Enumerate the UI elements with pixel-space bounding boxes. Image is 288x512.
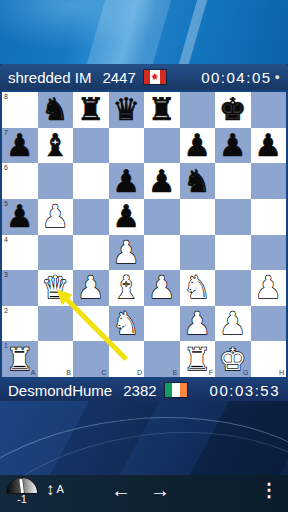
square-a2[interactable]: 2 — [2, 306, 38, 342]
square-h3[interactable]: ♟ — [251, 270, 287, 306]
canada-flag-icon — [144, 70, 166, 84]
piece-black-bishop: ♝ — [38, 128, 74, 164]
rank-label: 8 — [4, 93, 8, 100]
top-player-name: shredded IM — [8, 69, 91, 86]
bottom-toolbar: -1 ↕ A ← → ⋮ — [0, 475, 288, 512]
square-d7[interactable] — [109, 128, 145, 164]
square-e3[interactable]: ♟ — [144, 270, 180, 306]
square-d5[interactable]: ♟ — [109, 199, 145, 235]
square-f7[interactable]: ♟ — [180, 128, 216, 164]
piece-white-pawn: ♟ — [215, 306, 251, 342]
top-player-clock: 00:04:05 — [201, 69, 271, 86]
square-e6[interactable]: ♟ — [144, 163, 180, 199]
square-c5[interactable] — [73, 199, 109, 235]
square-e2[interactable] — [144, 306, 180, 342]
piece-black-pawn: ♟ — [109, 163, 145, 199]
square-f2[interactable]: ♟ — [180, 306, 216, 342]
piece-white-bishop: ♝ — [109, 270, 145, 306]
bottom-player-clock: 00:03:53 — [210, 382, 280, 399]
eval-gauge-button[interactable]: -1 — [7, 478, 37, 505]
rank-label: 5 — [4, 200, 8, 207]
rank-label: 1 — [4, 342, 8, 349]
file-label: F — [209, 369, 213, 376]
eval-needle-icon — [19, 479, 23, 493]
square-f5[interactable] — [180, 199, 216, 235]
square-a6[interactable]: 6 — [2, 163, 38, 199]
square-c8[interactable]: ♜ — [73, 92, 109, 128]
piece-white-knight: ♞ — [180, 270, 216, 306]
forward-move-button[interactable]: → — [150, 480, 170, 500]
square-c2[interactable] — [73, 306, 109, 342]
square-a8[interactable]: 8 — [2, 92, 38, 128]
back-arrow-icon: ← — [111, 479, 131, 501]
file-label: C — [101, 369, 106, 376]
overflow-menu-button[interactable]: ⋮ — [260, 481, 278, 499]
square-g7[interactable]: ♟ — [215, 128, 251, 164]
square-h8[interactable] — [251, 92, 287, 128]
square-f4[interactable] — [180, 235, 216, 271]
file-label: H — [279, 369, 284, 376]
square-e1[interactable]: E — [144, 341, 180, 377]
square-f3[interactable]: ♞ — [180, 270, 216, 306]
square-h2[interactable] — [251, 306, 287, 342]
wallpaper-band — [177, 0, 209, 70]
square-g2[interactable]: ♟ — [215, 306, 251, 342]
piece-white-pawn: ♟ — [109, 235, 145, 271]
piece-white-pawn: ♟ — [73, 270, 109, 306]
piece-black-pawn: ♟ — [144, 163, 180, 199]
up-down-arrow-icon: ↕ — [46, 481, 55, 498]
square-c3[interactable]: ♟ — [73, 270, 109, 306]
square-g3[interactable] — [215, 270, 251, 306]
piece-black-queen: ♛ — [109, 92, 145, 128]
square-b5[interactable]: ♟ — [38, 199, 74, 235]
overflow-menu-icon: ⋮ — [260, 480, 278, 500]
square-f8[interactable] — [180, 92, 216, 128]
square-d6[interactable]: ♟ — [109, 163, 145, 199]
square-e5[interactable] — [144, 199, 180, 235]
square-d4[interactable]: ♟ — [109, 235, 145, 271]
eval-value: -1 — [7, 494, 37, 505]
piece-black-rook: ♜ — [144, 92, 180, 128]
square-d1[interactable]: D — [109, 341, 145, 377]
piece-black-pawn: ♟ — [109, 199, 145, 235]
square-d8[interactable]: ♛ — [109, 92, 145, 128]
square-h7[interactable]: ♟ — [251, 128, 287, 164]
piece-white-pawn: ♟ — [180, 306, 216, 342]
auto-flip-label: A — [57, 483, 64, 495]
piece-black-king: ♚ — [215, 92, 251, 128]
square-c6[interactable] — [73, 163, 109, 199]
file-label: A — [31, 369, 36, 376]
auto-flip-button[interactable]: ↕ A — [46, 481, 64, 498]
piece-white-queen: ♛ — [38, 270, 74, 306]
square-b4[interactable] — [38, 235, 74, 271]
file-label: E — [173, 369, 178, 376]
square-e4[interactable] — [144, 235, 180, 271]
square-f1[interactable]: F♜ — [180, 341, 216, 377]
back-move-button[interactable]: ← — [111, 480, 131, 500]
maple-leaf-icon — [151, 73, 159, 81]
square-g1[interactable]: G♚ — [215, 341, 251, 377]
square-g6[interactable] — [215, 163, 251, 199]
square-g8[interactable]: ♚ — [215, 92, 251, 128]
piece-black-pawn: ♟ — [180, 128, 216, 164]
bottom-player-name: DesmondHume — [8, 382, 112, 399]
file-label: D — [137, 369, 142, 376]
square-b1[interactable]: B — [38, 341, 74, 377]
square-b7[interactable]: ♝ — [38, 128, 74, 164]
wallpaper-top — [0, 0, 288, 64]
piece-black-pawn: ♟ — [215, 128, 251, 164]
square-f6[interactable]: ♞ — [180, 163, 216, 199]
piece-black-knight: ♞ — [38, 92, 74, 128]
rank-label: 2 — [4, 307, 8, 314]
piece-white-knight: ♞ — [109, 306, 145, 342]
square-b3[interactable]: ♛ — [38, 270, 74, 306]
square-d2[interactable]: ♞ — [109, 306, 145, 342]
top-player-bar: shredded IM 2447 00:04:05 ● — [0, 64, 288, 90]
ireland-flag-icon — [165, 383, 187, 397]
board-grid: 8♞♜♛♜♚7♟♝♟♟♟6♟♟♞5♟♟♟4♟3♛♟♝♟♞♟2♞♟♟1A♜BCDE… — [2, 92, 286, 377]
square-c1[interactable]: C — [73, 341, 109, 377]
square-g4[interactable] — [215, 235, 251, 271]
bottom-player-bar: DesmondHume 2382 00:03:53 — [0, 379, 288, 401]
square-a4[interactable]: 4 — [2, 235, 38, 271]
square-c4[interactable] — [73, 235, 109, 271]
rank-label: 6 — [4, 164, 8, 171]
square-a5[interactable]: 5♟ — [2, 199, 38, 235]
piece-black-knight: ♞ — [180, 163, 216, 199]
turn-indicator-dot: ● — [275, 73, 280, 82]
square-b2[interactable] — [38, 306, 74, 342]
square-e8[interactable]: ♜ — [144, 92, 180, 128]
bottom-player-rating: 2382 — [123, 382, 156, 399]
rank-label: 3 — [4, 271, 8, 278]
square-d3[interactable]: ♝ — [109, 270, 145, 306]
square-a3[interactable]: 3 — [2, 270, 38, 306]
app-screen: shredded IM 2447 00:04:05 ● 8♞♜♛♜♚7♟♝♟♟♟… — [0, 0, 288, 512]
eval-gauge-icon — [7, 478, 37, 493]
rank-label: 7 — [4, 129, 8, 136]
chess-board: 8♞♜♛♜♚7♟♝♟♟♟6♟♟♞5♟♟♟4♟3♛♟♝♟♞♟2♞♟♟1A♜BCDE… — [0, 90, 288, 379]
piece-black-pawn: ♟ — [251, 128, 287, 164]
square-h1[interactable]: H — [251, 341, 287, 377]
piece-black-rook: ♜ — [73, 92, 109, 128]
square-b8[interactable]: ♞ — [38, 92, 74, 128]
square-e7[interactable] — [144, 128, 180, 164]
square-h4[interactable] — [251, 235, 287, 271]
square-a1[interactable]: 1A♜ — [2, 341, 38, 377]
square-b6[interactable] — [38, 163, 74, 199]
file-label: B — [66, 369, 71, 376]
square-a7[interactable]: 7♟ — [2, 128, 38, 164]
forward-arrow-icon: → — [150, 479, 170, 501]
file-label: G — [243, 369, 248, 376]
piece-white-pawn: ♟ — [38, 199, 74, 235]
piece-white-pawn: ♟ — [144, 270, 180, 306]
square-h5[interactable] — [251, 199, 287, 235]
square-c7[interactable] — [73, 128, 109, 164]
piece-white-pawn: ♟ — [251, 270, 287, 306]
square-g5[interactable] — [215, 199, 251, 235]
square-h6[interactable] — [251, 163, 287, 199]
top-player-rating: 2447 — [102, 69, 135, 86]
rank-label: 4 — [4, 236, 8, 243]
